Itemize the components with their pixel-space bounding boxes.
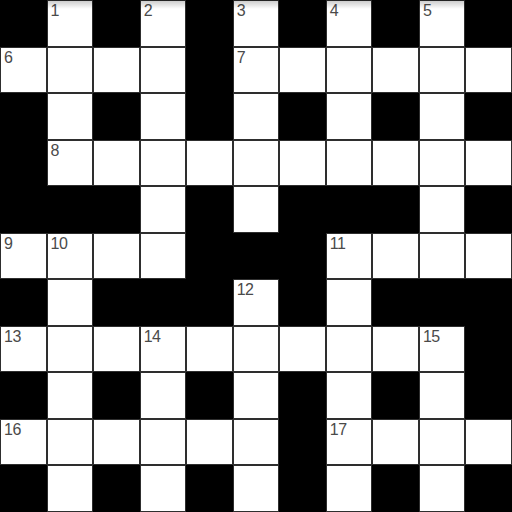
black-cell-r0c6 xyxy=(279,0,326,47)
black-cell-r2c6 xyxy=(279,93,326,140)
black-cell-r8c4 xyxy=(186,372,233,419)
white-cell-r7c4[interactable] xyxy=(186,326,233,373)
black-cell-r2c8 xyxy=(372,93,419,140)
white-cell-r3c9[interactable] xyxy=(419,140,466,187)
clue-number-8: 8 xyxy=(51,141,59,160)
black-cell-r0c8 xyxy=(372,0,419,47)
white-cell-r6c5[interactable]: 12 xyxy=(233,279,280,326)
white-cell-r8c7[interactable] xyxy=(326,372,373,419)
white-cell-r0c3[interactable]: 2 xyxy=(140,0,187,47)
black-cell-r4c0 xyxy=(0,186,47,233)
black-cell-r3c0 xyxy=(0,140,47,187)
white-cell-r5c10[interactable] xyxy=(465,233,512,280)
black-cell-r4c1 xyxy=(47,186,94,233)
black-cell-r8c10 xyxy=(465,372,512,419)
black-cell-r7c10 xyxy=(465,326,512,373)
white-cell-r5c2[interactable] xyxy=(93,233,140,280)
white-cell-r10c1[interactable] xyxy=(47,465,94,512)
clue-number-9: 9 xyxy=(4,234,12,253)
clue-number-7: 7 xyxy=(237,48,245,67)
white-cell-r3c3[interactable] xyxy=(140,140,187,187)
white-cell-r1c9[interactable] xyxy=(419,47,466,94)
white-cell-r9c4[interactable] xyxy=(186,419,233,466)
clue-number-4: 4 xyxy=(330,1,338,20)
white-cell-r2c9[interactable] xyxy=(419,93,466,140)
white-cell-r7c9[interactable]: 15 xyxy=(419,326,466,373)
black-cell-r10c0 xyxy=(0,465,47,512)
clue-number-13: 13 xyxy=(4,327,21,346)
black-cell-r4c7 xyxy=(326,186,373,233)
white-cell-r6c7[interactable] xyxy=(326,279,373,326)
white-cell-r0c7[interactable]: 4 xyxy=(326,0,373,47)
black-cell-r8c0 xyxy=(0,372,47,419)
white-cell-r0c5[interactable]: 3 xyxy=(233,0,280,47)
black-cell-r6c6 xyxy=(279,279,326,326)
white-cell-r0c9[interactable]: 5 xyxy=(419,0,466,47)
white-cell-r9c1[interactable] xyxy=(47,419,94,466)
black-cell-r8c6 xyxy=(279,372,326,419)
white-cell-r3c7[interactable] xyxy=(326,140,373,187)
black-cell-r6c3 xyxy=(140,279,187,326)
clue-number-12: 12 xyxy=(237,280,254,299)
white-cell-r6c1[interactable] xyxy=(47,279,94,326)
white-cell-r8c3[interactable] xyxy=(140,372,187,419)
white-cell-r1c3[interactable] xyxy=(140,47,187,94)
white-cell-r9c2[interactable] xyxy=(93,419,140,466)
clue-number-16: 16 xyxy=(4,420,21,439)
white-cell-r5c7[interactable]: 11 xyxy=(326,233,373,280)
black-cell-r2c4 xyxy=(186,93,233,140)
black-cell-r2c0 xyxy=(0,93,47,140)
black-cell-r6c2 xyxy=(93,279,140,326)
clue-number-3: 3 xyxy=(237,1,245,20)
white-cell-r4c5[interactable] xyxy=(233,186,280,233)
clue-number-14: 14 xyxy=(144,327,161,346)
white-cell-r8c5[interactable] xyxy=(233,372,280,419)
black-cell-r1c4 xyxy=(186,47,233,94)
clue-number-6: 6 xyxy=(4,48,12,67)
black-cell-r0c0 xyxy=(0,0,47,47)
white-cell-r1c1[interactable] xyxy=(47,47,94,94)
white-cell-r7c3[interactable]: 14 xyxy=(140,326,187,373)
black-cell-r10c8 xyxy=(372,465,419,512)
clue-number-2: 2 xyxy=(144,1,152,20)
black-cell-r6c0 xyxy=(0,279,47,326)
white-cell-r3c6[interactable] xyxy=(279,140,326,187)
white-cell-r2c1[interactable] xyxy=(47,93,94,140)
clue-number-15: 15 xyxy=(423,327,440,346)
black-cell-r6c4 xyxy=(186,279,233,326)
white-cell-r10c7[interactable] xyxy=(326,465,373,512)
black-cell-r6c9 xyxy=(419,279,466,326)
white-cell-r3c2[interactable] xyxy=(93,140,140,187)
white-cell-r9c5[interactable] xyxy=(233,419,280,466)
black-cell-r0c2 xyxy=(93,0,140,47)
crossword-board: 1234567891011121314151617 xyxy=(0,0,512,512)
white-cell-r7c8[interactable] xyxy=(372,326,419,373)
black-cell-r5c5 xyxy=(233,233,280,280)
white-cell-r1c2[interactable] xyxy=(93,47,140,94)
white-cell-r7c0[interactable]: 13 xyxy=(0,326,47,373)
white-cell-r3c8[interactable] xyxy=(372,140,419,187)
clue-number-11: 11 xyxy=(330,234,346,253)
white-cell-r2c5[interactable] xyxy=(233,93,280,140)
white-cell-r7c1[interactable] xyxy=(47,326,94,373)
black-cell-r5c6 xyxy=(279,233,326,280)
white-cell-r5c1[interactable]: 10 xyxy=(47,233,94,280)
clue-number-17: 17 xyxy=(330,420,347,439)
black-cell-r4c6 xyxy=(279,186,326,233)
black-cell-r4c2 xyxy=(93,186,140,233)
white-cell-r4c3[interactable] xyxy=(140,186,187,233)
white-cell-r4c9[interactable] xyxy=(419,186,466,233)
white-cell-r9c3[interactable] xyxy=(140,419,187,466)
white-cell-r3c5[interactable] xyxy=(233,140,280,187)
white-cell-r10c9[interactable] xyxy=(419,465,466,512)
white-cell-r5c3[interactable] xyxy=(140,233,187,280)
black-cell-r10c2 xyxy=(93,465,140,512)
black-cell-r6c10 xyxy=(465,279,512,326)
white-cell-r1c7[interactable] xyxy=(326,47,373,94)
white-cell-r1c5[interactable]: 7 xyxy=(233,47,280,94)
black-cell-r10c10 xyxy=(465,465,512,512)
black-cell-r4c4 xyxy=(186,186,233,233)
clue-number-10: 10 xyxy=(51,234,68,253)
white-cell-r10c5[interactable] xyxy=(233,465,280,512)
clue-number-1: 1 xyxy=(51,1,59,20)
black-cell-r4c10 xyxy=(465,186,512,233)
white-cell-r1c6[interactable] xyxy=(279,47,326,94)
black-cell-r2c2 xyxy=(93,93,140,140)
white-cell-r1c0[interactable]: 6 xyxy=(0,47,47,94)
black-cell-r10c4 xyxy=(186,465,233,512)
white-cell-r9c7[interactable]: 17 xyxy=(326,419,373,466)
black-cell-r6c8 xyxy=(372,279,419,326)
clue-number-5: 5 xyxy=(423,1,431,20)
black-cell-r10c6 xyxy=(279,465,326,512)
white-cell-r3c4[interactable] xyxy=(186,140,233,187)
black-cell-r0c4 xyxy=(186,0,233,47)
black-cell-r2c10 xyxy=(465,93,512,140)
black-cell-r8c8 xyxy=(372,372,419,419)
white-cell-r1c8[interactable] xyxy=(372,47,419,94)
white-cell-r7c6[interactable] xyxy=(279,326,326,373)
white-cell-r7c2[interactable] xyxy=(93,326,140,373)
black-cell-r8c2 xyxy=(93,372,140,419)
black-cell-r0c10 xyxy=(465,0,512,47)
white-cell-r9c9[interactable] xyxy=(419,419,466,466)
black-cell-r9c6 xyxy=(279,419,326,466)
white-cell-r2c3[interactable] xyxy=(140,93,187,140)
white-cell-r0c1[interactable]: 1 xyxy=(47,0,94,47)
white-cell-r9c8[interactable] xyxy=(372,419,419,466)
white-cell-r9c10[interactable] xyxy=(465,419,512,466)
white-cell-r5c9[interactable] xyxy=(419,233,466,280)
white-cell-r9c0[interactable]: 16 xyxy=(0,419,47,466)
white-cell-r3c10[interactable] xyxy=(465,140,512,187)
white-cell-r8c9[interactable] xyxy=(419,372,466,419)
white-cell-r3c1[interactable]: 8 xyxy=(47,140,94,187)
white-cell-r10c3[interactable] xyxy=(140,465,187,512)
white-cell-r5c8[interactable] xyxy=(372,233,419,280)
white-cell-r7c7[interactable] xyxy=(326,326,373,373)
crossword-app: { "game": "crossword", "grid": { "rows":… xyxy=(0,0,512,512)
black-cell-r5c4 xyxy=(186,233,233,280)
black-cell-r4c8 xyxy=(372,186,419,233)
white-cell-r1c10[interactable] xyxy=(465,47,512,94)
white-cell-r5c0[interactable]: 9 xyxy=(0,233,47,280)
white-cell-r2c7[interactable] xyxy=(326,93,373,140)
white-cell-r7c5[interactable] xyxy=(233,326,280,373)
white-cell-r8c1[interactable] xyxy=(47,372,94,419)
